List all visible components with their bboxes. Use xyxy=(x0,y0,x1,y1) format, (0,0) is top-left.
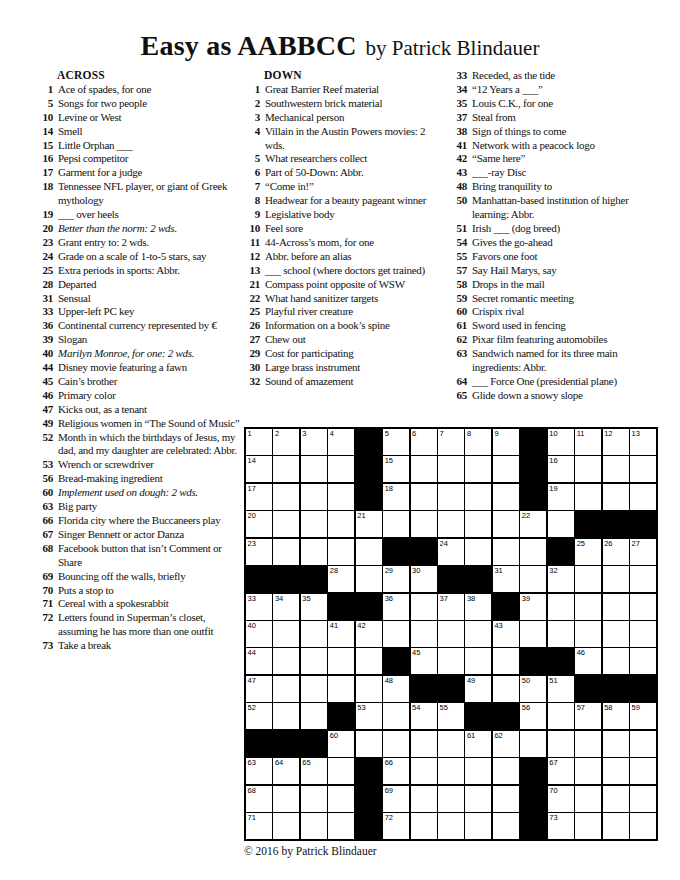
clue-text: Sign of things to come xyxy=(467,125,660,139)
cell-number: 2 xyxy=(275,429,279,438)
clue-text: Mechanical person xyxy=(260,111,440,125)
across-clue-23: 23Grant entry to: 2 wds. xyxy=(26,236,240,250)
grid-cell-r8c14[interactable] xyxy=(603,621,629,647)
grid-black-cell-r1c11 xyxy=(520,429,546,455)
grid-cell-r14c7[interactable] xyxy=(411,786,437,812)
grid-cell-r14c14[interactable] xyxy=(603,786,629,812)
cell-number: 59 xyxy=(632,703,640,712)
grid-cell-r3c1[interactable]: 17 xyxy=(246,484,272,510)
grid-cell-r2c10[interactable] xyxy=(493,456,519,482)
cell-number: 14 xyxy=(248,456,256,465)
clue-number: 38 xyxy=(442,125,467,139)
grid-cell-r13c9[interactable] xyxy=(465,758,491,784)
clue-text: Songs for two people xyxy=(53,97,240,111)
grid-black-cell-r4c13 xyxy=(575,511,601,537)
clue-text: Information on a book’s spine xyxy=(260,319,440,333)
grid-cell-r1c1[interactable]: 1 xyxy=(246,429,272,455)
grid-cell-r13c15[interactable] xyxy=(630,758,656,784)
grid-cell-r14c6[interactable]: 69 xyxy=(383,786,409,812)
grid-cell-r15c9[interactable] xyxy=(465,813,491,839)
grid-cell-r15c8[interactable] xyxy=(438,813,464,839)
grid-cell-r15c12[interactable]: 73 xyxy=(548,813,574,839)
grid-cell-r14c9[interactable] xyxy=(465,786,491,812)
grid-cell-r2c4[interactable] xyxy=(328,456,354,482)
across-clue-70: 70Puts a stop to xyxy=(26,584,240,598)
grid-black-cell-r6c8 xyxy=(438,566,464,592)
cell-number: 64 xyxy=(275,758,283,767)
grid-cell-r13c8[interactable] xyxy=(438,758,464,784)
clue-number: 72 xyxy=(26,611,53,625)
down-clue-61: 61Sword used in fencing xyxy=(442,319,660,333)
clue-text: Sensual xyxy=(53,292,240,306)
grid-cell-r12c13[interactable] xyxy=(575,731,601,757)
grid-cell-r10c9[interactable]: 49 xyxy=(465,676,491,702)
across-clue-56: 56Bread-making ingredient xyxy=(26,472,240,486)
grid-cell-r13c4[interactable] xyxy=(328,758,354,784)
grid-cell-r8c4[interactable]: 41 xyxy=(328,621,354,647)
grid-cell-r4c7[interactable] xyxy=(411,511,437,537)
grid-cell-r3c8[interactable] xyxy=(438,484,464,510)
grid-cell-r3c6[interactable]: 18 xyxy=(383,484,409,510)
cell-number: 29 xyxy=(385,566,393,575)
grid-cell-r14c3[interactable] xyxy=(301,786,327,812)
grid-cell-r10c12[interactable]: 51 xyxy=(548,676,574,702)
grid-cell-r6c14[interactable] xyxy=(603,566,629,592)
clue-text: Favors one foot xyxy=(467,250,660,264)
grid-cell-r8c5[interactable]: 42 xyxy=(356,621,382,647)
clue-number: 58 xyxy=(442,278,467,292)
grid-cell-r8c3[interactable] xyxy=(301,621,327,647)
down-clue-43: 43___-ray Disc xyxy=(442,166,660,180)
clue-number: 35 xyxy=(442,97,467,111)
grid-black-cell-r13c11 xyxy=(520,758,546,784)
down-clue-64: 64___ Force One (presidential plane) xyxy=(442,375,660,389)
grid-cell-r5c13[interactable]: 25 xyxy=(575,539,601,565)
grid-cell-r2c13[interactable] xyxy=(575,456,601,482)
grid-cell-r9c14[interactable] xyxy=(603,648,629,674)
grid-cell-r10c5[interactable] xyxy=(356,676,382,702)
clue-number: 2 xyxy=(232,97,260,111)
grid-cell-r12c5[interactable] xyxy=(356,731,382,757)
grid-cell-r11c8[interactable]: 55 xyxy=(438,703,464,729)
grid-cell-r2c6[interactable]: 15 xyxy=(383,456,409,482)
down-clue-42: 42“Same here” xyxy=(442,152,660,166)
grid-cell-r4c8[interactable] xyxy=(438,511,464,537)
cell-number: 48 xyxy=(385,676,393,685)
grid-cell-r11c2[interactable] xyxy=(273,703,299,729)
grid-cell-r1c6[interactable]: 5 xyxy=(383,429,409,455)
cell-number: 5 xyxy=(385,429,389,438)
grid-cell-r12c6[interactable] xyxy=(383,731,409,757)
grid-cell-r5c9[interactable] xyxy=(465,539,491,565)
grid-cell-r2c14[interactable] xyxy=(603,456,629,482)
grid-cell-r11c6[interactable] xyxy=(383,703,409,729)
grid-cell-r5c2[interactable] xyxy=(273,539,299,565)
grid-black-cell-r6c2 xyxy=(273,566,299,592)
cell-number: 37 xyxy=(440,594,448,603)
page-title: Easy as AABBCCby Patrick Blindauer xyxy=(0,30,680,62)
grid-cell-r3c3[interactable] xyxy=(301,484,327,510)
clue-number: 62 xyxy=(442,333,467,347)
across-clue-52: 52Month in which the birthdays of Jesus,… xyxy=(26,431,240,459)
cell-number: 50 xyxy=(522,676,530,685)
clue-number: 60 xyxy=(26,486,53,500)
grid-cell-r4c4[interactable] xyxy=(328,511,354,537)
down-clue-55: 55Favors one foot xyxy=(442,250,660,264)
grid-cell-r9c13[interactable]: 46 xyxy=(575,648,601,674)
clue-text: Crispix rival xyxy=(467,305,660,319)
clue-text: “Same here” xyxy=(467,152,660,166)
across-clue-49: 49Religious women in “The Sound of Music… xyxy=(26,417,240,431)
grid-cell-r2c9[interactable] xyxy=(465,456,491,482)
grid-cell-r2c12[interactable]: 16 xyxy=(548,456,574,482)
grid-cell-r15c14[interactable] xyxy=(603,813,629,839)
grid-cell-r11c7[interactable]: 54 xyxy=(411,703,437,729)
clue-number: 13 xyxy=(232,264,260,278)
down-clue-32: 32Sound of amazement xyxy=(232,375,440,389)
grid-cell-r13c14[interactable] xyxy=(603,758,629,784)
grid-cell-r12c15[interactable] xyxy=(630,731,656,757)
clue-text: Wrench or screwdriver xyxy=(53,458,240,472)
grid-cell-r4c1[interactable]: 20 xyxy=(246,511,272,537)
grid-cell-r5c3[interactable] xyxy=(301,539,327,565)
grid-black-cell-r10c14 xyxy=(603,676,629,702)
grid-black-cell-r13c5 xyxy=(356,758,382,784)
cell-number: 42 xyxy=(357,621,365,630)
grid-cell-r12c4[interactable]: 60 xyxy=(328,731,354,757)
grid-black-cell-r15c11 xyxy=(520,813,546,839)
clue-text: Implement used on dough: 2 wds. xyxy=(53,486,240,500)
grid-cell-r15c13[interactable] xyxy=(575,813,601,839)
clue-number: 26 xyxy=(232,319,260,333)
grid-cell-r5c10[interactable] xyxy=(493,539,519,565)
grid-cell-r3c14[interactable] xyxy=(603,484,629,510)
cell-number: 35 xyxy=(302,594,310,603)
grid-cell-r7c6[interactable]: 36 xyxy=(383,594,409,620)
grid-cell-r7c8[interactable]: 37 xyxy=(438,594,464,620)
cell-number: 62 xyxy=(494,731,502,740)
grid-cell-r14c10[interactable] xyxy=(493,786,519,812)
grid-cell-r11c3[interactable] xyxy=(301,703,327,729)
grid-cell-r6c4[interactable]: 28 xyxy=(328,566,354,592)
grid-cell-r15c15[interactable] xyxy=(630,813,656,839)
grid-cell-r4c6[interactable] xyxy=(383,511,409,537)
clue-text: ___-ray Disc xyxy=(467,166,660,180)
down-clue-8: 8Headwear for a beauty pageant winner xyxy=(232,194,440,208)
grid-cell-r4c12[interactable] xyxy=(548,511,574,537)
grid-cell-r7c14[interactable] xyxy=(603,594,629,620)
grid-cell-r3c13[interactable] xyxy=(575,484,601,510)
grid-cell-r12c8[interactable] xyxy=(438,731,464,757)
grid-cell-r6c12[interactable]: 32 xyxy=(548,566,574,592)
grid-cell-r12c12[interactable] xyxy=(548,731,574,757)
grid-cell-r3c10[interactable] xyxy=(493,484,519,510)
cell-number: 33 xyxy=(248,594,256,603)
grid-cell-r12c14[interactable] xyxy=(603,731,629,757)
down-clue-57: 57Say Hail Marys, say xyxy=(442,264,660,278)
grid-cell-r9c2[interactable] xyxy=(273,648,299,674)
grid-cell-r10c6[interactable]: 48 xyxy=(383,676,409,702)
grid-cell-r8c2[interactable] xyxy=(273,621,299,647)
clue-number: 4 xyxy=(232,125,260,139)
clue-number: 3 xyxy=(232,111,260,125)
clue-number: 73 xyxy=(26,639,53,653)
grid-cell-r1c13[interactable]: 11 xyxy=(575,429,601,455)
grid-cell-r1c2[interactable]: 2 xyxy=(273,429,299,455)
clue-text: Marilyn Monroe, for one: 2 wds. xyxy=(53,347,240,361)
clue-text: Drops in the mail xyxy=(467,278,660,292)
grid-cell-r10c1[interactable]: 47 xyxy=(246,676,272,702)
cell-number: 57 xyxy=(577,703,585,712)
grid-cell-r6c5[interactable] xyxy=(356,566,382,592)
grid-cell-r9c4[interactable] xyxy=(328,648,354,674)
cell-number: 38 xyxy=(467,594,475,603)
grid-cell-r15c6[interactable]: 72 xyxy=(383,813,409,839)
grid-cell-r7c1[interactable]: 33 xyxy=(246,594,272,620)
grid-cell-r9c7[interactable]: 45 xyxy=(411,648,437,674)
grid-cell-r5c5[interactable] xyxy=(356,539,382,565)
grid-cell-r13c6[interactable]: 66 xyxy=(383,758,409,784)
grid-cell-r1c8[interactable]: 7 xyxy=(438,429,464,455)
grid-black-cell-r9c12 xyxy=(548,648,574,674)
clue-number: 53 xyxy=(26,458,53,472)
grid-cell-r6c10[interactable]: 31 xyxy=(493,566,519,592)
grid-cell-r8c12[interactable] xyxy=(548,621,574,647)
cell-number: 72 xyxy=(385,813,393,822)
grid-cell-r11c12[interactable] xyxy=(548,703,574,729)
grid-cell-r15c7[interactable] xyxy=(411,813,437,839)
grid-cell-r10c4[interactable] xyxy=(328,676,354,702)
across-clue-67: 67Singer Bennett or actor Danza xyxy=(26,528,240,542)
grid-cell-r8c6[interactable] xyxy=(383,621,409,647)
grid-cell-r11c5[interactable]: 53 xyxy=(356,703,382,729)
grid-cell-r4c5[interactable]: 21 xyxy=(356,511,382,537)
grid-cell-r11c13[interactable]: 57 xyxy=(575,703,601,729)
grid-cell-r7c9[interactable]: 38 xyxy=(465,594,491,620)
down-clue-59: 59Secret romantic meeting xyxy=(442,292,660,306)
grid-cell-r4c9[interactable] xyxy=(465,511,491,537)
grid-cell-r7c15[interactable] xyxy=(630,594,656,620)
clue-number: 10 xyxy=(26,111,53,125)
grid-cell-r5c14[interactable]: 26 xyxy=(603,539,629,565)
grid-cell-r2c7[interactable] xyxy=(411,456,437,482)
clue-text: 44-Across’s mom, for one xyxy=(260,236,440,250)
clue-number: 44 xyxy=(26,361,53,375)
cell-number: 17 xyxy=(248,484,256,493)
grid-cell-r2c1[interactable]: 14 xyxy=(246,456,272,482)
grid-cell-r14c8[interactable] xyxy=(438,786,464,812)
grid-black-cell-r6c9 xyxy=(465,566,491,592)
grid-cell-r1c3[interactable]: 3 xyxy=(301,429,327,455)
grid-cell-r8c9[interactable] xyxy=(465,621,491,647)
grid-cell-r10c11[interactable]: 50 xyxy=(520,676,546,702)
grid-cell-r8c15[interactable] xyxy=(630,621,656,647)
grid-cell-r4c2[interactable] xyxy=(273,511,299,537)
grid-cell-r4c11[interactable]: 22 xyxy=(520,511,546,537)
grid-cell-r3c12[interactable]: 19 xyxy=(548,484,574,510)
grid-cell-r15c10[interactable] xyxy=(493,813,519,839)
grid-cell-r7c12[interactable] xyxy=(548,594,574,620)
cell-number: 54 xyxy=(412,703,420,712)
grid-cell-r14c2[interactable] xyxy=(273,786,299,812)
grid-cell-r9c5[interactable] xyxy=(356,648,382,674)
grid-black-cell-r15c5 xyxy=(356,813,382,839)
grid-cell-r11c15[interactable]: 59 xyxy=(630,703,656,729)
cell-number: 60 xyxy=(330,731,338,740)
grid-cell-r1c7[interactable]: 6 xyxy=(411,429,437,455)
grid-black-cell-r3c5 xyxy=(356,484,382,510)
across-clue-69: 69Bouncing off the walls, briefly xyxy=(26,570,240,584)
grid-cell-r8c8[interactable] xyxy=(438,621,464,647)
down-clue-3: 3Mechanical person xyxy=(232,111,440,125)
grid-cell-r7c11[interactable]: 39 xyxy=(520,594,546,620)
clue-number: 14 xyxy=(26,125,53,139)
grid-cell-r1c14[interactable]: 12 xyxy=(603,429,629,455)
across-clue-28: 28Departed xyxy=(26,278,240,292)
grid-cell-r5c8[interactable]: 24 xyxy=(438,539,464,565)
grid-cell-r13c12[interactable]: 67 xyxy=(548,758,574,784)
clue-text: Better than the norm: 2 wds. xyxy=(53,222,240,236)
clue-number: 61 xyxy=(442,319,467,333)
grid-cell-r5c11[interactable] xyxy=(520,539,546,565)
grid-cell-r11c11[interactable]: 56 xyxy=(520,703,546,729)
grid-cell-r2c2[interactable] xyxy=(273,456,299,482)
grid-cell-r5c4[interactable] xyxy=(328,539,354,565)
grid-cell-r15c1[interactable]: 71 xyxy=(246,813,272,839)
grid-cell-r4c10[interactable] xyxy=(493,511,519,537)
grid-cell-r13c3[interactable]: 65 xyxy=(301,758,327,784)
grid-cell-r15c3[interactable] xyxy=(301,813,327,839)
grid-cell-r6c6[interactable]: 29 xyxy=(383,566,409,592)
grid-cell-r10c2[interactable] xyxy=(273,676,299,702)
across-clue-63: 63Big party xyxy=(26,500,240,514)
grid-cell-r1c4[interactable]: 4 xyxy=(328,429,354,455)
grid-cell-r13c7[interactable] xyxy=(411,758,437,784)
grid-cell-r15c2[interactable] xyxy=(273,813,299,839)
grid-cell-r6c15[interactable] xyxy=(630,566,656,592)
grid-cell-r12c10[interactable]: 62 xyxy=(493,731,519,757)
grid-cell-r3c2[interactable] xyxy=(273,484,299,510)
clue-text: Sound of amazement xyxy=(260,375,440,389)
grid-black-cell-r9c6 xyxy=(383,648,409,674)
clue-text: Ace of spades, for one xyxy=(53,83,240,97)
cell-number: 45 xyxy=(412,648,420,657)
grid-cell-r9c10[interactable] xyxy=(493,648,519,674)
grid-cell-r8c1[interactable]: 40 xyxy=(246,621,272,647)
grid-cell-r12c11[interactable] xyxy=(520,731,546,757)
clue-number: 24 xyxy=(26,250,53,264)
grid-cell-r8c7[interactable] xyxy=(411,621,437,647)
grid-cell-r10c10[interactable] xyxy=(493,676,519,702)
clue-text: ___ school (where doctors get trained) xyxy=(260,264,440,278)
grid-cell-r6c11[interactable] xyxy=(520,566,546,592)
clue-number: 23 xyxy=(26,236,53,250)
grid-cell-r12c9[interactable]: 61 xyxy=(465,731,491,757)
grid-cell-r11c14[interactable]: 58 xyxy=(603,703,629,729)
grid-cell-r15c4[interactable] xyxy=(328,813,354,839)
across-clue-19: 19___ over heels xyxy=(26,208,240,222)
grid-cell-r8c10[interactable]: 43 xyxy=(493,621,519,647)
grid-cell-r7c2[interactable]: 34 xyxy=(273,594,299,620)
cell-number: 67 xyxy=(549,758,557,767)
grid-cell-r9c3[interactable] xyxy=(301,648,327,674)
grid-cell-r2c3[interactable] xyxy=(301,456,327,482)
grid-cell-r13c13[interactable] xyxy=(575,758,601,784)
clue-number: 42 xyxy=(442,152,467,166)
grid-cell-r2c8[interactable] xyxy=(438,456,464,482)
grid-black-cell-r10c13 xyxy=(575,676,601,702)
grid-cell-r14c12[interactable]: 70 xyxy=(548,786,574,812)
puzzle-title: Easy as AABBCC xyxy=(141,30,357,61)
down-clue-22: 22What hand sanitizer targets xyxy=(232,292,440,306)
grid-cell-r11c1[interactable]: 52 xyxy=(246,703,272,729)
clue-text: Garment for a judge xyxy=(53,166,240,180)
grid-cell-r6c7[interactable]: 30 xyxy=(411,566,437,592)
grid-cell-r6c13[interactable] xyxy=(575,566,601,592)
grid-cell-r13c2[interactable]: 64 xyxy=(273,758,299,784)
across-clue-31: 31Sensual xyxy=(26,292,240,306)
grid-cell-r1c12[interactable]: 10 xyxy=(548,429,574,455)
grid-cell-r1c9[interactable]: 8 xyxy=(465,429,491,455)
cell-number: 51 xyxy=(549,676,557,685)
grid-cell-r14c15[interactable] xyxy=(630,786,656,812)
clue-number: 33 xyxy=(26,305,53,319)
clue-text: Puts a stop to xyxy=(53,584,240,598)
clue-number: 60 xyxy=(442,305,467,319)
grid-cell-r1c15[interactable]: 13 xyxy=(630,429,656,455)
grid-cell-r13c10[interactable] xyxy=(493,758,519,784)
grid-cell-r3c4[interactable] xyxy=(328,484,354,510)
grid-cell-r12c7[interactable] xyxy=(411,731,437,757)
clue-number: 34 xyxy=(442,83,467,97)
cell-number: 28 xyxy=(330,566,338,575)
clue-number: 56 xyxy=(26,472,53,486)
grid-cell-r7c3[interactable]: 35 xyxy=(301,594,327,620)
grid-cell-r9c9[interactable] xyxy=(465,648,491,674)
grid-cell-r14c4[interactable] xyxy=(328,786,354,812)
clue-text: Irish ___ (dog breed) xyxy=(467,222,660,236)
grid-cell-r7c7[interactable] xyxy=(411,594,437,620)
across-clue-72: 72Letters found in Superman’s closet, as… xyxy=(26,611,240,639)
clue-text: Secret romantic meeting xyxy=(467,292,660,306)
grid-cell-r9c1[interactable]: 44 xyxy=(246,648,272,674)
grid-cell-r9c8[interactable] xyxy=(438,648,464,674)
crossword-grid: 1234567891011121314151617181920212223242… xyxy=(244,427,658,841)
grid-cell-r14c1[interactable]: 68 xyxy=(246,786,272,812)
grid-cell-r8c11[interactable] xyxy=(520,621,546,647)
grid-cell-r13c1[interactable]: 63 xyxy=(246,758,272,784)
grid-cell-r5c1[interactable]: 23 xyxy=(246,539,272,565)
grid-cell-r3c7[interactable] xyxy=(411,484,437,510)
clue-text: Manhattan-based institution of higher le… xyxy=(467,194,660,222)
grid-cell-r5c15[interactable]: 27 xyxy=(630,539,656,565)
clue-text: Legislative body xyxy=(260,208,440,222)
grid-cell-r4c3[interactable] xyxy=(301,511,327,537)
grid-cell-r14c13[interactable] xyxy=(575,786,601,812)
clue-number: 46 xyxy=(26,389,53,403)
grid-cell-r10c3[interactable] xyxy=(301,676,327,702)
down-clue-62: 62Pixar film featuring automobiles xyxy=(442,333,660,347)
grid-cell-r3c9[interactable] xyxy=(465,484,491,510)
grid-cell-r7c13[interactable] xyxy=(575,594,601,620)
grid-cell-r2c15[interactable] xyxy=(630,456,656,482)
clue-number: 39 xyxy=(26,333,53,347)
grid-cell-r3c15[interactable] xyxy=(630,484,656,510)
grid-cell-r1c10[interactable]: 9 xyxy=(493,429,519,455)
down-clue-33: 33Receded, as the tide xyxy=(442,69,660,83)
grid-cell-r8c13[interactable] xyxy=(575,621,601,647)
grid-cell-r9c15[interactable] xyxy=(630,648,656,674)
